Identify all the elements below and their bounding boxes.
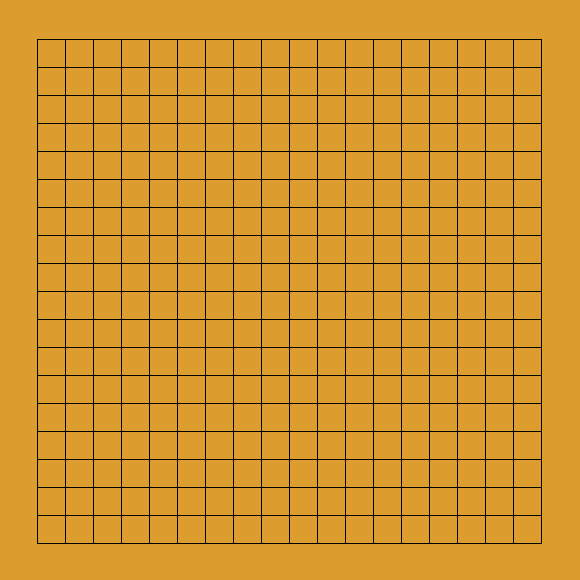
goban xyxy=(24,26,556,558)
go-board-screen xyxy=(0,0,580,580)
row-labels-left xyxy=(1,26,23,558)
grid-lines xyxy=(37,39,542,544)
column-labels-bottom xyxy=(24,556,556,578)
row-labels-right xyxy=(557,26,579,558)
column-labels-top xyxy=(24,2,556,24)
